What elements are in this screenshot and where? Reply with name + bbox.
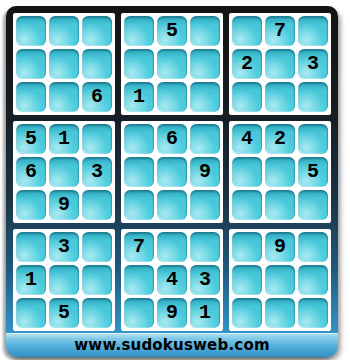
cell-r4c2[interactable]: 1 — [49, 124, 79, 154]
cell-r9c2[interactable]: 5 — [49, 298, 79, 328]
cell-r9c4[interactable] — [124, 298, 154, 328]
cell-r7c4[interactable]: 7 — [124, 232, 154, 262]
cell-r6c9[interactable] — [298, 190, 328, 220]
cell-r1c8[interactable]: 7 — [265, 16, 295, 46]
cell-r1c4[interactable] — [124, 16, 154, 46]
board-frame: 6517235163969425315743919 www.sudokusweb… — [6, 6, 338, 357]
cell-r7c6[interactable] — [190, 232, 220, 262]
box-5: 69 — [121, 121, 223, 223]
cell-r1c3[interactable] — [82, 16, 112, 46]
box-2: 51 — [121, 13, 223, 115]
cell-r8c6[interactable]: 3 — [190, 265, 220, 295]
cell-r5c5[interactable] — [157, 157, 187, 187]
cell-r2c3[interactable] — [82, 49, 112, 79]
cell-r9c5[interactable]: 9 — [157, 298, 187, 328]
cell-r4c7[interactable]: 4 — [232, 124, 262, 154]
cell-r2c7[interactable]: 2 — [232, 49, 262, 79]
cell-r1c1[interactable] — [16, 16, 46, 46]
cell-r6c8[interactable] — [265, 190, 295, 220]
cell-r8c8[interactable] — [265, 265, 295, 295]
cell-r3c5[interactable] — [157, 82, 187, 112]
cell-r1c2[interactable] — [49, 16, 79, 46]
cell-r5c1[interactable]: 6 — [16, 157, 46, 187]
cell-r9c8[interactable] — [265, 298, 295, 328]
cell-r3c4[interactable]: 1 — [124, 82, 154, 112]
cell-r5c7[interactable] — [232, 157, 262, 187]
cell-r7c2[interactable]: 3 — [49, 232, 79, 262]
cell-r8c4[interactable] — [124, 265, 154, 295]
cell-r7c7[interactable] — [232, 232, 262, 262]
cell-r4c4[interactable] — [124, 124, 154, 154]
cell-r6c6[interactable] — [190, 190, 220, 220]
cell-r3c9[interactable] — [298, 82, 328, 112]
cell-r8c5[interactable]: 4 — [157, 265, 187, 295]
cell-r6c1[interactable] — [16, 190, 46, 220]
cell-r7c1[interactable] — [16, 232, 46, 262]
cell-r6c5[interactable] — [157, 190, 187, 220]
cell-r5c3[interactable]: 3 — [82, 157, 112, 187]
cell-r6c2[interactable]: 9 — [49, 190, 79, 220]
cell-r8c3[interactable] — [82, 265, 112, 295]
cell-r7c5[interactable] — [157, 232, 187, 262]
cell-r3c8[interactable] — [265, 82, 295, 112]
cell-r4c1[interactable]: 5 — [16, 124, 46, 154]
cell-r1c6[interactable] — [190, 16, 220, 46]
box-7: 315 — [13, 229, 115, 331]
sudoku-widget: 6517235163969425315743919 www.sudokusweb… — [0, 0, 350, 360]
cell-r6c7[interactable] — [232, 190, 262, 220]
cell-r6c4[interactable] — [124, 190, 154, 220]
cell-r4c6[interactable] — [190, 124, 220, 154]
cell-r2c6[interactable] — [190, 49, 220, 79]
cell-r9c6[interactable]: 1 — [190, 298, 220, 328]
cell-r9c7[interactable] — [232, 298, 262, 328]
cell-r2c1[interactable] — [16, 49, 46, 79]
cell-r5c9[interactable]: 5 — [298, 157, 328, 187]
cell-r4c8[interactable]: 2 — [265, 124, 295, 154]
cell-r1c5[interactable]: 5 — [157, 16, 187, 46]
cell-r6c3[interactable] — [82, 190, 112, 220]
box-3: 723 — [229, 13, 331, 115]
site-banner: www.sudokusweb.com — [6, 333, 338, 357]
cell-r8c2[interactable] — [49, 265, 79, 295]
cell-r2c4[interactable] — [124, 49, 154, 79]
box-4: 51639 — [13, 121, 115, 223]
cell-r3c6[interactable] — [190, 82, 220, 112]
cell-r7c8[interactable]: 9 — [265, 232, 295, 262]
cell-r3c7[interactable] — [232, 82, 262, 112]
cell-r8c1[interactable]: 1 — [16, 265, 46, 295]
cell-r4c5[interactable]: 6 — [157, 124, 187, 154]
cell-r1c7[interactable] — [232, 16, 262, 46]
box-6: 425 — [229, 121, 331, 223]
cell-r9c9[interactable] — [298, 298, 328, 328]
cell-r8c7[interactable] — [232, 265, 262, 295]
cell-r2c8[interactable] — [265, 49, 295, 79]
cell-r3c2[interactable] — [49, 82, 79, 112]
cell-r8c9[interactable] — [298, 265, 328, 295]
cell-r5c2[interactable] — [49, 157, 79, 187]
cell-r4c9[interactable] — [298, 124, 328, 154]
cell-r5c6[interactable]: 9 — [190, 157, 220, 187]
cell-r3c1[interactable] — [16, 82, 46, 112]
cell-r1c9[interactable] — [298, 16, 328, 46]
cell-r2c2[interactable] — [49, 49, 79, 79]
box-9: 9 — [229, 229, 331, 331]
cell-r7c3[interactable] — [82, 232, 112, 262]
site-url: www.sudokusweb.com — [74, 336, 269, 354]
cell-r9c3[interactable] — [82, 298, 112, 328]
cell-r3c3[interactable]: 6 — [82, 82, 112, 112]
cell-r2c9[interactable]: 3 — [298, 49, 328, 79]
cell-r7c9[interactable] — [298, 232, 328, 262]
cell-r2c5[interactable] — [157, 49, 187, 79]
box-8: 74391 — [121, 229, 223, 331]
cell-r5c8[interactable] — [265, 157, 295, 187]
cell-r9c1[interactable] — [16, 298, 46, 328]
cell-r4c3[interactable] — [82, 124, 112, 154]
cell-r5c4[interactable] — [124, 157, 154, 187]
box-1: 6 — [13, 13, 115, 115]
sudoku-board: 6517235163969425315743919 — [13, 13, 331, 331]
